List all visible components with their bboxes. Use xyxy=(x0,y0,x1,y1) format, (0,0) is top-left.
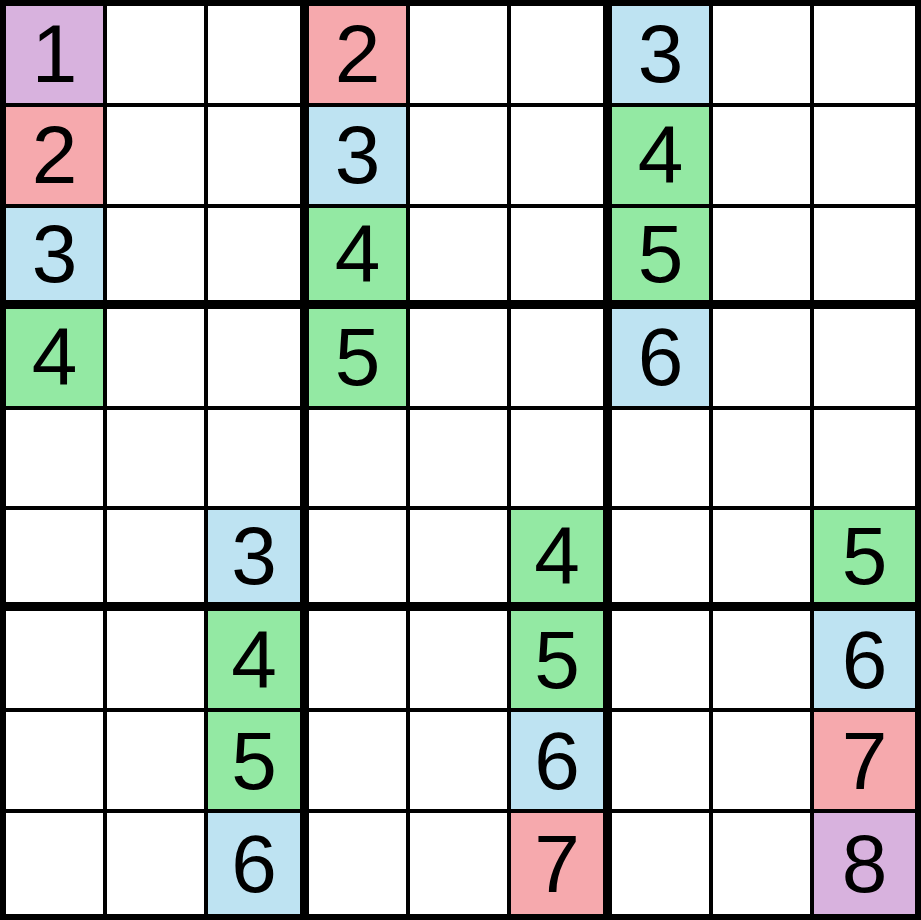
cell-r6c3-empty[interactable] xyxy=(309,611,410,712)
cell-r6c4-empty[interactable] xyxy=(410,611,511,712)
cell-r7c7-empty[interactable] xyxy=(713,712,814,813)
cell-r1c3-given-3-blue[interactable]: 3 xyxy=(309,107,410,208)
cell-r2c3-given-4-green[interactable]: 4 xyxy=(309,208,410,309)
cell-r8c3-empty[interactable] xyxy=(309,813,410,914)
cell-r8c1-empty[interactable] xyxy=(107,813,208,914)
cell-r5c2-given-3-blue[interactable]: 3 xyxy=(208,510,309,611)
cell-r0c3-given-2-pink[interactable]: 2 xyxy=(309,6,410,107)
cell-r2c1-empty[interactable] xyxy=(107,208,208,309)
cell-r5c7-empty[interactable] xyxy=(713,510,814,611)
cell-r0c8-empty[interactable] xyxy=(814,6,915,107)
cell-r6c0-empty[interactable] xyxy=(6,611,107,712)
cell-r4c3-empty[interactable] xyxy=(309,410,410,511)
cell-r7c8-given-7-pink[interactable]: 7 xyxy=(814,712,915,813)
cell-r5c3-empty[interactable] xyxy=(309,510,410,611)
cell-r3c2-empty[interactable] xyxy=(208,309,309,410)
cell-r4c7-empty[interactable] xyxy=(713,410,814,511)
cell-r8c8-given-8-purple[interactable]: 8 xyxy=(814,813,915,914)
cell-r8c0-empty[interactable] xyxy=(6,813,107,914)
cell-r0c6-given-3-blue[interactable]: 3 xyxy=(612,6,713,107)
cell-r5c1-empty[interactable] xyxy=(107,510,208,611)
cell-r5c0-empty[interactable] xyxy=(6,510,107,611)
cell-r7c6-empty[interactable] xyxy=(612,712,713,813)
cell-r8c6-empty[interactable] xyxy=(612,813,713,914)
cell-r3c1-empty[interactable] xyxy=(107,309,208,410)
cell-r8c7-empty[interactable] xyxy=(713,813,814,914)
cell-r7c1-empty[interactable] xyxy=(107,712,208,813)
cell-r3c6-given-6-blue[interactable]: 6 xyxy=(612,309,713,410)
cell-r1c6-given-4-green[interactable]: 4 xyxy=(612,107,713,208)
cell-r0c4-empty[interactable] xyxy=(410,6,511,107)
cell-r2c4-empty[interactable] xyxy=(410,208,511,309)
cell-r3c8-empty[interactable] xyxy=(814,309,915,410)
cell-r2c5-empty[interactable] xyxy=(511,208,612,309)
cell-r1c2-empty[interactable] xyxy=(208,107,309,208)
cell-r8c4-empty[interactable] xyxy=(410,813,511,914)
cell-r4c1-empty[interactable] xyxy=(107,410,208,511)
cell-r4c8-empty[interactable] xyxy=(814,410,915,511)
cell-r1c5-empty[interactable] xyxy=(511,107,612,208)
cell-r5c4-empty[interactable] xyxy=(410,510,511,611)
cell-r0c2-empty[interactable] xyxy=(208,6,309,107)
cell-r6c2-given-4-green[interactable]: 4 xyxy=(208,611,309,712)
cell-r7c4-empty[interactable] xyxy=(410,712,511,813)
cell-r0c1-empty[interactable] xyxy=(107,6,208,107)
cell-r3c0-given-4-green[interactable]: 4 xyxy=(6,309,107,410)
cell-r3c7-empty[interactable] xyxy=(713,309,814,410)
cell-r4c4-empty[interactable] xyxy=(410,410,511,511)
cell-r5c8-given-5-green[interactable]: 5 xyxy=(814,510,915,611)
cell-r3c4-empty[interactable] xyxy=(410,309,511,410)
cell-r7c5-given-6-blue[interactable]: 6 xyxy=(511,712,612,813)
cell-r4c5-empty[interactable] xyxy=(511,410,612,511)
cell-r8c5-given-7-pink[interactable]: 7 xyxy=(511,813,612,914)
cell-r2c7-empty[interactable] xyxy=(713,208,814,309)
cell-r7c2-given-5-green[interactable]: 5 xyxy=(208,712,309,813)
cell-r6c8-given-6-blue[interactable]: 6 xyxy=(814,611,915,712)
cell-r8c2-given-6-blue[interactable]: 6 xyxy=(208,813,309,914)
cell-r6c1-empty[interactable] xyxy=(107,611,208,712)
cell-r4c0-empty[interactable] xyxy=(6,410,107,511)
cell-r6c6-empty[interactable] xyxy=(612,611,713,712)
cell-r1c4-empty[interactable] xyxy=(410,107,511,208)
cell-r6c5-given-5-green[interactable]: 5 xyxy=(511,611,612,712)
cell-r2c0-given-3-blue[interactable]: 3 xyxy=(6,208,107,309)
cell-r1c7-empty[interactable] xyxy=(713,107,814,208)
cell-r4c6-empty[interactable] xyxy=(612,410,713,511)
cell-r5c5-given-4-green[interactable]: 4 xyxy=(511,510,612,611)
cell-r3c5-empty[interactable] xyxy=(511,309,612,410)
cell-r7c3-empty[interactable] xyxy=(309,712,410,813)
cell-r6c7-empty[interactable] xyxy=(713,611,814,712)
cell-r7c0-empty[interactable] xyxy=(6,712,107,813)
cell-r0c5-empty[interactable] xyxy=(511,6,612,107)
cell-r4c2-empty[interactable] xyxy=(208,410,309,511)
cell-r0c0-given-1-purple[interactable]: 1 xyxy=(6,6,107,107)
cell-r1c0-given-2-pink[interactable]: 2 xyxy=(6,107,107,208)
cell-r5c6-empty[interactable] xyxy=(612,510,713,611)
sudoku-board: 123234345456345456567678 xyxy=(0,0,921,920)
cell-r2c6-given-5-green[interactable]: 5 xyxy=(612,208,713,309)
cell-r3c3-given-5-green[interactable]: 5 xyxy=(309,309,410,410)
cell-r2c8-empty[interactable] xyxy=(814,208,915,309)
cell-r0c7-empty[interactable] xyxy=(713,6,814,107)
cell-r1c1-empty[interactable] xyxy=(107,107,208,208)
cell-r1c8-empty[interactable] xyxy=(814,107,915,208)
cell-r2c2-empty[interactable] xyxy=(208,208,309,309)
